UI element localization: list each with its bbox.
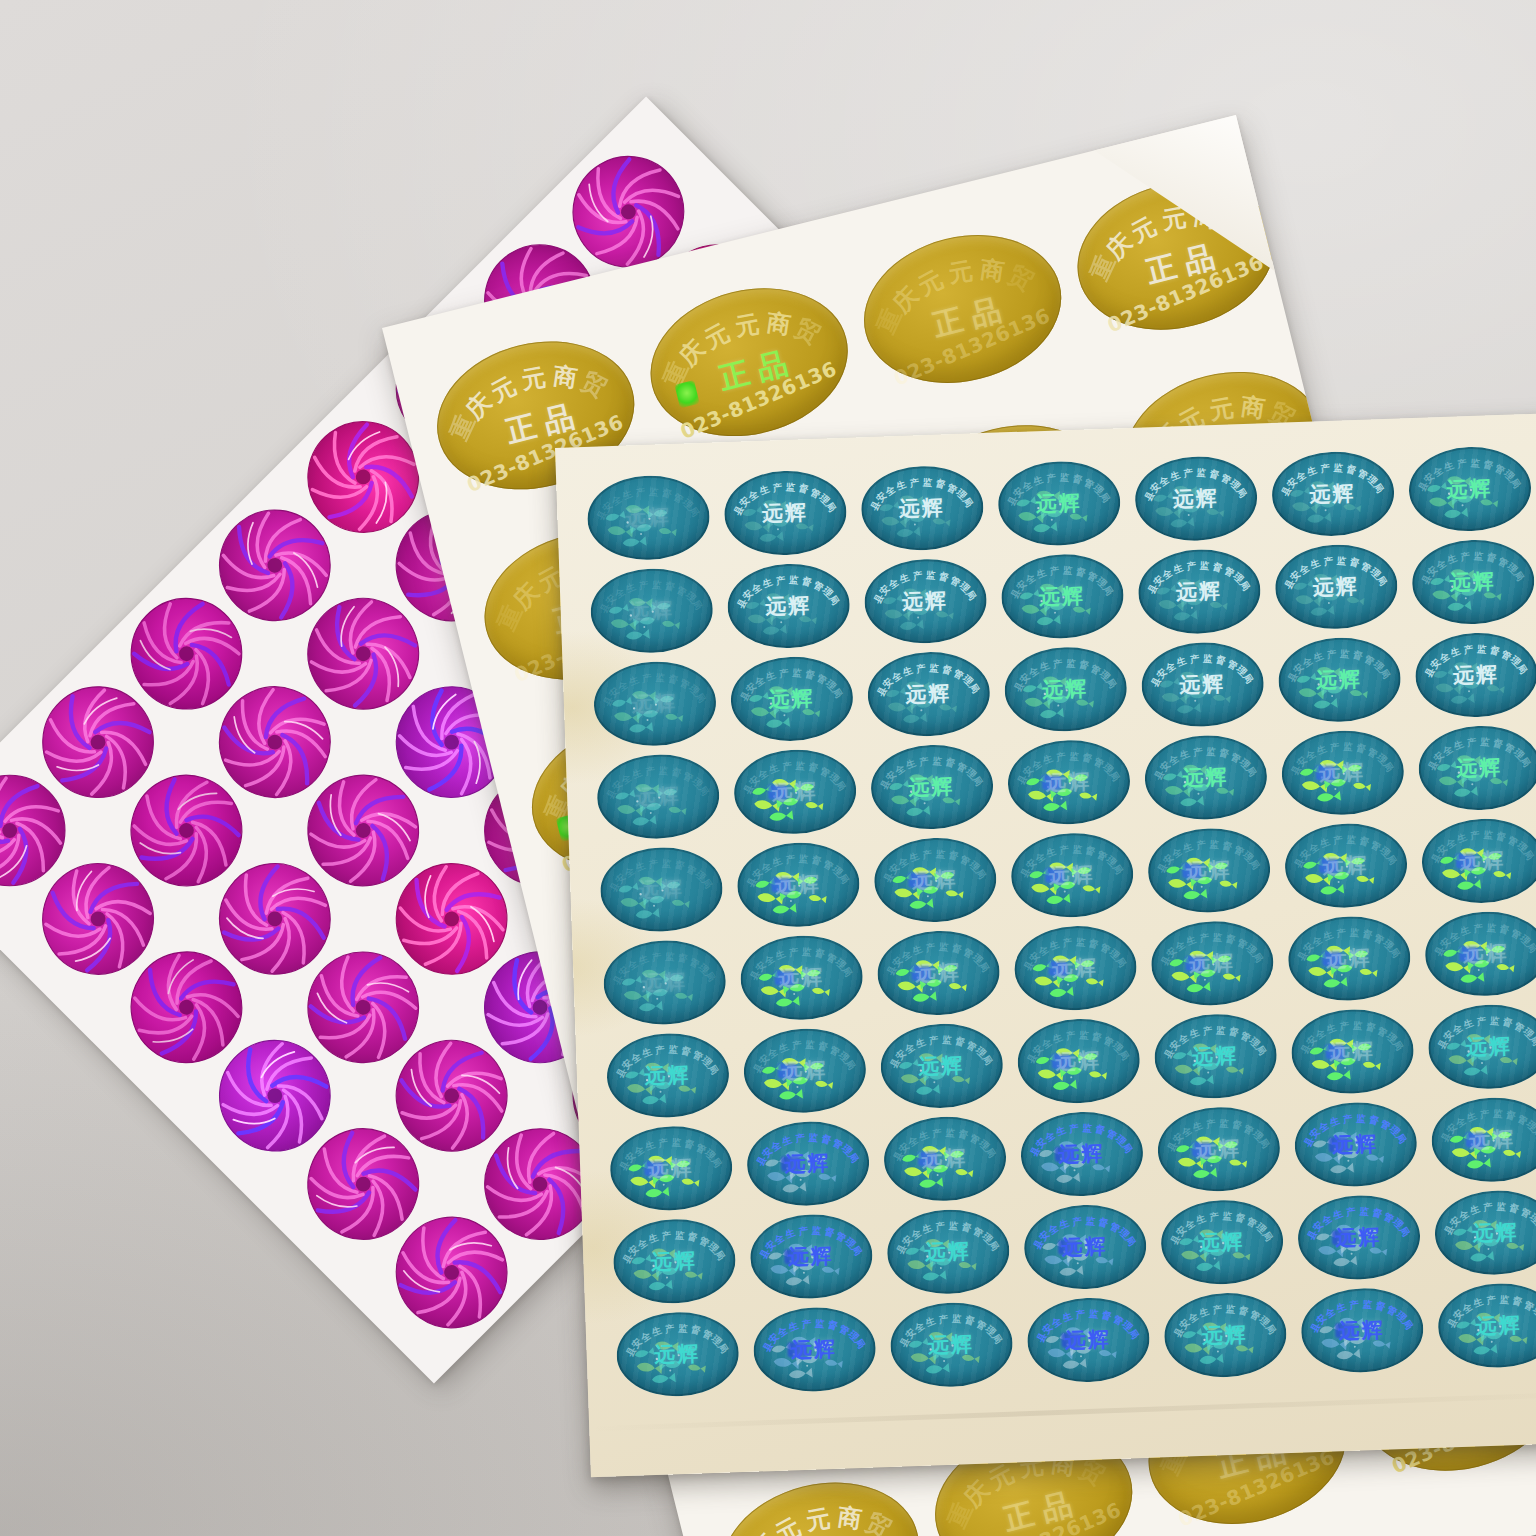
teal-sticker-brand-label: 远辉: [625, 503, 672, 533]
teal-sticker: 县安全生产监督管理局 远辉: [1003, 645, 1128, 733]
teal-sticker: 县安全生产监督管理局 远辉: [1290, 1007, 1415, 1095]
teal-sticker: 县安全生产监督管理局 远辉: [1140, 640, 1265, 728]
teal-sticker: 县安全生产监督管理局 远辉: [889, 1300, 1014, 1388]
teal-sticker: 县安全生产监督管理局 远辉: [1000, 552, 1125, 640]
teal-sticker: 县安全生产监督管理局 远辉: [735, 840, 860, 928]
teal-sticker-brand-label: 远辉: [644, 1060, 691, 1090]
teal-sticker: 县安全生产监督管理局 远辉: [866, 650, 991, 738]
teal-sticker: 县安全生产监督管理局 远辉: [752, 1305, 877, 1393]
teal-sticker: 县安全生产监督管理局 远辉: [1159, 1198, 1284, 1286]
teal-sticker: 县安全生产监督管理局 远辉: [1019, 1109, 1144, 1197]
teal-sticker-brand-label: 远辉: [1179, 669, 1226, 699]
teal-sticker: 县安全生产监督管理局 远辉: [602, 938, 727, 1026]
teal-sticker-brand-label: 远辉: [905, 679, 952, 709]
teal-sticker: 县安全生产监督管理局 远辉: [1133, 454, 1258, 542]
teal-sticker-brand-label: 远辉: [1058, 1139, 1105, 1169]
teal-sticker-brand-label: 远辉: [918, 1051, 965, 1081]
teal-sticker: 县安全生产监督管理局 远辉: [605, 1031, 730, 1119]
teal-sticker: 县安全生产监督管理局 远辉: [615, 1310, 740, 1398]
teal-sticker: 县安全生产监督管理局 远辉: [1430, 1095, 1536, 1183]
teal-sticker-brand-label: 远辉: [778, 962, 825, 992]
teal-sticker-brand-label: 远辉: [1064, 1325, 1111, 1355]
teal-sticker: 县安全生产监督管理局 远辉: [1022, 1202, 1147, 1290]
teal-sticker: 县安全生产监督管理局 远辉: [1417, 723, 1536, 811]
teal-sticker: 县安全生产监督管理局 远辉: [1283, 821, 1408, 909]
teal-sticker: 县安全生产监督管理局 远辉: [1433, 1188, 1536, 1276]
teal-sticker-brand-label: 远辉: [1051, 953, 1098, 983]
gold-sticker: 重庆元元商贸 正品 023-81326136: [848, 215, 1077, 403]
teal-sticker: 县安全生产监督管理局 远辉: [1162, 1291, 1287, 1379]
teal-sticker-brand-label: 远辉: [1195, 1134, 1242, 1164]
teal-sticker: 县安全生产监督管理局 远辉: [592, 659, 717, 747]
teal-sticker-brand-label: 远辉: [1316, 664, 1363, 694]
teal-sticker: 县安全生产监督管理局 远辉: [1273, 542, 1398, 630]
teal-sticker-brand-label: 远辉: [654, 1339, 701, 1369]
teal-sticker-brand-label: 远辉: [771, 777, 818, 807]
teal-sticker: 县安全生产监督管理局 远辉: [863, 557, 988, 645]
teal-sticker-brand-label: 远辉: [1309, 479, 1356, 509]
teal-sticker-brand-label: 远辉: [768, 684, 815, 714]
teal-sticker: 县安全生产监督管理局 远辉: [882, 1114, 1007, 1202]
gold-sticker: 重庆元元商贸 正品 023-81326136: [635, 268, 864, 456]
teal-sticker-grid: 县安全生产监督管理局 远辉 县安全生产监督管理局 远辉 县安全生产监督管理局: [555, 409, 1536, 1478]
hologram-glint-icon: [674, 380, 699, 408]
teal-sticker-brand-label: 远辉: [1322, 850, 1369, 880]
teal-sticker: 县安全生产监督管理局 远辉: [869, 742, 994, 830]
teal-sticker: 县安全生产监督管理局 远辉: [1296, 1193, 1421, 1281]
teal-sticker-brand-label: 远辉: [631, 688, 678, 718]
teal-sticker-brand-label: 远辉: [1035, 488, 1082, 518]
teal-sticker: 县安全生产监督管理局 远辉: [1143, 733, 1268, 821]
teal-sticker-brand-label: 远辉: [1312, 572, 1359, 602]
teal-sticker-brand-label: 远辉: [921, 1144, 968, 1174]
teal-sticker-brand-label: 远辉: [761, 498, 808, 528]
teal-sticker-brand-label: 远辉: [1188, 948, 1235, 978]
teal-sticker-brand-label: 远辉: [1045, 767, 1092, 797]
teal-sticker-brand-label: 远辉: [628, 595, 675, 625]
teal-sticker: 县安全生产监督管理局 远辉: [876, 928, 1001, 1016]
teal-sticker: 县安全生产监督管理局 远辉: [859, 464, 984, 552]
teal-sticker: 县安全生产监督管理局 远辉: [1286, 914, 1411, 1002]
teal-sticker-brand-label: 远辉: [1329, 1036, 1376, 1066]
teal-sticker-brand-label: 远辉: [1175, 576, 1222, 606]
photo-scene: 重庆元元商贸 正品 023-81326136 重庆元元商贸 正品 023-813…: [0, 0, 1536, 1536]
teal-sticker-brand-label: 远辉: [1198, 1227, 1245, 1257]
teal-sticker: 县安全生产监督管理局 远辉: [1026, 1295, 1151, 1383]
teal-sticker-brand-label: 远辉: [915, 958, 962, 988]
teal-sticker: 县安全生产监督管理局 远辉: [1006, 738, 1131, 826]
teal-sticker-brand-label: 远辉: [1335, 1222, 1382, 1252]
teal-sticker: 县安全生产监督管理局 远辉: [1427, 1002, 1536, 1090]
teal-sticker-brand-label: 远辉: [1456, 753, 1503, 783]
teal-sticker: 县安全生产监督管理局 远辉: [589, 566, 714, 654]
teal-sticker-brand-label: 远辉: [908, 772, 955, 802]
teal-sticker: 县安全生产监督管理局 远辉: [872, 835, 997, 923]
teal-sticker-brand-label: 远辉: [1465, 1031, 1512, 1061]
teal-sticker-brand-label: 远辉: [1061, 1232, 1108, 1262]
teal-sticker-brand-label: 远辉: [1459, 846, 1506, 876]
teal-sticker-brand-label: 远辉: [1192, 1041, 1239, 1071]
teal-sticker: 县安全生产监督管理局 远辉: [748, 1212, 873, 1300]
teal-sticker-brand-label: 远辉: [1338, 1315, 1385, 1345]
teal-sticker-brand-label: 远辉: [1469, 1124, 1516, 1154]
gold-sticker: 重庆元元商贸 正品 023-81326136: [706, 1462, 935, 1536]
teal-sticker-brand-label: 远辉: [924, 1236, 971, 1266]
teal-sticker-brand-label: 远辉: [1048, 860, 1095, 890]
teal-sticker-brand-label: 远辉: [647, 1153, 694, 1183]
teal-sticker: 县安全生产监督管理局 远辉: [1270, 449, 1395, 537]
teal-sticker: 县安全生产监督管理局 远辉: [1146, 826, 1271, 914]
teal-sticker-brand-label: 远辉: [784, 1148, 831, 1178]
teal-sticker: 县安全生产监督管理局 远辉: [885, 1207, 1010, 1295]
teal-sticker: 县安全生产监督管理局 远辉: [1410, 537, 1535, 625]
teal-sticker-brand-label: 远辉: [1446, 474, 1493, 504]
teal-sticker: 县安全生产监督管理局 远辉: [1299, 1286, 1424, 1374]
teal-sticker: 县安全生产监督管理局 远辉: [996, 459, 1121, 547]
teal-sticker-brand-label: 远辉: [774, 869, 821, 899]
teal-sticker-brand-label: 远辉: [1475, 1310, 1522, 1340]
teal-sticker-brand-label: 远辉: [634, 781, 681, 811]
teal-sticker-brand-label: 远辉: [650, 1246, 697, 1276]
teal-sticker-brand-label: 远辉: [1185, 855, 1232, 885]
teal-sticker-brand-label: 远辉: [1172, 483, 1219, 513]
teal-sticker-brand-label: 远辉: [1182, 762, 1229, 792]
teal-sticker-brand-label: 远辉: [1449, 567, 1496, 597]
teal-sticker: 县安全生产监督管理局 远辉: [608, 1124, 733, 1212]
teal-sticker: 县安全生产监督管理局 远辉: [1277, 635, 1402, 723]
teal-sticker: 县安全生产监督管理局 远辉: [1156, 1105, 1281, 1193]
teal-sticker-brand-label: 远辉: [1325, 943, 1372, 973]
teal-sticker-brand-label: 远辉: [1319, 757, 1366, 787]
teal-sticker-brand-label: 远辉: [902, 586, 949, 616]
teal-sticker-brand-label: 远辉: [1201, 1320, 1248, 1350]
teal-sticker: 县安全生产监督管理局 远辉: [732, 747, 857, 835]
teal-sticker: 县安全生产监督管理局 远辉: [595, 752, 720, 840]
teal-sticker: 县安全生产监督管理局 远辉: [1436, 1281, 1536, 1369]
teal-sticker: 县安全生产监督管理局 远辉: [742, 1026, 867, 1114]
teal-sticker: 县安全生产监督管理局 远辉: [1414, 630, 1536, 718]
teal-sticker-brand-label: 远辉: [911, 865, 958, 895]
teal-sticker-brand-label: 远辉: [791, 1334, 838, 1364]
teal-sticker: 县安全生产监督管理局 远辉: [1016, 1017, 1141, 1105]
teal-sticker: 县安全生产监督管理局 远辉: [1149, 919, 1274, 1007]
teal-sticker-brand-label: 远辉: [1038, 581, 1085, 611]
teal-sticker-brand-label: 远辉: [1462, 939, 1509, 969]
teal-sticker-brand-label: 远辉: [641, 967, 688, 997]
teal-sticker: 县安全生产监督管理局 远辉: [1407, 445, 1532, 533]
teal-sticker: 县安全生产监督管理局 远辉: [1280, 728, 1405, 816]
teal-sticker: 县安全生产监督管理局 远辉: [879, 1021, 1004, 1109]
teal-sticker: 县安全生产监督管理局 远辉: [739, 933, 864, 1021]
teal-sticker: 县安全生产监督管理局 远辉: [726, 561, 851, 649]
teal-sticker: 县安全生产监督管理局 远辉: [722, 468, 847, 556]
teal-sticker-brand-label: 远辉: [637, 874, 684, 904]
teal-sticker: 县安全生产监督管理局 远辉: [1423, 909, 1536, 997]
teal-sticker: 县安全生产监督管理局 远辉: [599, 845, 724, 933]
teal-sticker-brand-label: 远辉: [1055, 1046, 1102, 1076]
teal-sticker-brand-label: 远辉: [1042, 674, 1089, 704]
teal-sticker-brand-label: 远辉: [765, 591, 812, 621]
teal-sticker-brand-label: 远辉: [781, 1055, 828, 1085]
teal-sticker: 县安全生产监督管理局 远辉: [729, 654, 854, 742]
teal-sticker: 县安全生产监督管理局 远辉: [1009, 831, 1134, 919]
teal-sticker: 县安全生产监督管理局 远辉: [1293, 1100, 1418, 1188]
teal-sticker: 县安全生产监督管理局 远辉: [1420, 816, 1536, 904]
teal-sticker-brand-label: 远辉: [1472, 1217, 1519, 1247]
teal-sticker-brand-label: 远辉: [787, 1241, 834, 1271]
teal-sticker-sheet: 县安全生产监督管理局 远辉 县安全生产监督管理局 远辉 县安全生产监督管理局: [555, 409, 1536, 1478]
teal-sticker: 县安全生产监督管理局 远辉: [612, 1217, 737, 1305]
teal-sticker: 县安全生产监督管理局 远辉: [1153, 1012, 1278, 1100]
teal-sticker: 县安全生产监督管理局 远辉: [586, 473, 711, 561]
teal-sticker-brand-label: 远辉: [928, 1329, 975, 1359]
teal-sticker: 县安全生产监督管理局 远辉: [1136, 547, 1261, 635]
teal-sticker-brand-label: 远辉: [1452, 660, 1499, 690]
teal-sticker-brand-label: 远辉: [898, 493, 945, 523]
teal-sticker: 县安全生产监督管理局 远辉: [745, 1119, 870, 1207]
teal-sticker-brand-label: 远辉: [1332, 1129, 1379, 1159]
teal-sticker: 县安全生产监督管理局 远辉: [1013, 924, 1138, 1012]
